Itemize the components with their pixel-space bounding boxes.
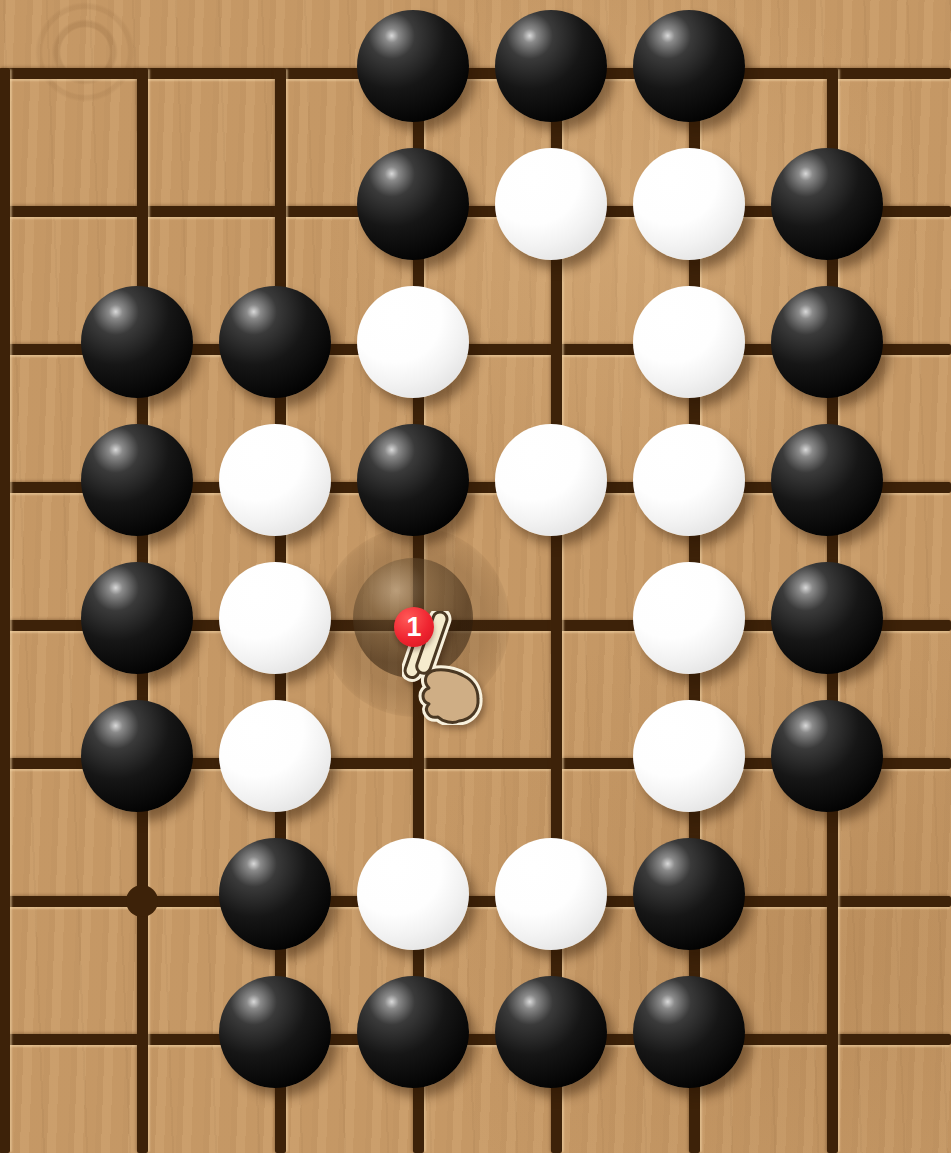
black-stone: [495, 976, 607, 1088]
go-board[interactable]: 1: [0, 0, 951, 1153]
white-stone: [633, 424, 745, 536]
black-stone: [771, 148, 883, 260]
white-stone: [357, 286, 469, 398]
white-stone: [357, 838, 469, 950]
black-stone: [81, 424, 193, 536]
white-stone: [633, 700, 745, 812]
white-stone: [219, 700, 331, 812]
black-stone: [219, 286, 331, 398]
white-stone: [633, 562, 745, 674]
white-stone: [219, 424, 331, 536]
black-stone: [81, 286, 193, 398]
white-stone: [633, 148, 745, 260]
black-stone: [771, 286, 883, 398]
black-stone: [771, 562, 883, 674]
black-stone: [81, 700, 193, 812]
white-stone: [633, 286, 745, 398]
move-number-badge: 1: [394, 607, 434, 647]
black-stone: [771, 700, 883, 812]
black-stone: [633, 976, 745, 1088]
black-stone: [633, 10, 745, 122]
black-stone: [81, 562, 193, 674]
grid-vline-1: [0, 68, 10, 1153]
white-stone: [219, 562, 331, 674]
black-stone: [219, 976, 331, 1088]
black-stone: [357, 424, 469, 536]
black-stone: [357, 10, 469, 122]
black-stone: [633, 838, 745, 950]
black-stone: [771, 424, 883, 536]
black-stone: [357, 976, 469, 1088]
black-stone: [495, 10, 607, 122]
black-stone: [357, 148, 469, 260]
white-stone: [495, 148, 607, 260]
white-stone: [495, 424, 607, 536]
star-point: [126, 885, 158, 917]
white-stone: [495, 838, 607, 950]
black-stone: [219, 838, 331, 950]
